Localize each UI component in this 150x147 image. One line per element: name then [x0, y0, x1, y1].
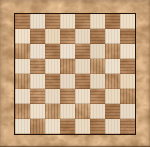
square-b8: [30, 14, 45, 29]
square-d3: [60, 89, 75, 104]
square-f3: [90, 89, 105, 104]
square-f6: [90, 44, 105, 59]
square-b2: [30, 104, 45, 119]
square-e2: [75, 104, 90, 119]
square-d8: [60, 14, 75, 29]
square-g6: [105, 44, 120, 59]
square-g8: [105, 14, 120, 29]
square-c1: [45, 119, 60, 134]
square-c8: [45, 14, 60, 29]
square-f7: [90, 29, 105, 44]
square-f2: [90, 104, 105, 119]
square-b6: [30, 44, 45, 59]
square-f1: [90, 119, 105, 134]
square-e4: [75, 74, 90, 89]
square-a7: [15, 29, 30, 44]
square-a5: [15, 59, 30, 74]
square-d7: [60, 29, 75, 44]
square-c5: [45, 59, 60, 74]
square-a8: [15, 14, 30, 29]
square-a2: [15, 104, 30, 119]
square-e1: [75, 119, 90, 134]
square-d5: [60, 59, 75, 74]
square-e3: [75, 89, 90, 104]
square-h1: [120, 119, 135, 134]
square-b5: [30, 59, 45, 74]
square-b4: [30, 74, 45, 89]
square-g4: [105, 74, 120, 89]
square-h3: [120, 89, 135, 104]
square-c3: [45, 89, 60, 104]
square-e5: [75, 59, 90, 74]
square-d1: [60, 119, 75, 134]
chessboard: [0, 0, 150, 147]
square-a3: [15, 89, 30, 104]
square-g7: [105, 29, 120, 44]
square-b1: [30, 119, 45, 134]
square-a6: [15, 44, 30, 59]
square-d4: [60, 74, 75, 89]
square-d2: [60, 104, 75, 119]
square-g5: [105, 59, 120, 74]
square-e8: [75, 14, 90, 29]
square-f4: [90, 74, 105, 89]
square-h7: [120, 29, 135, 44]
square-b3: [30, 89, 45, 104]
square-c2: [45, 104, 60, 119]
square-c4: [45, 74, 60, 89]
square-f8: [90, 14, 105, 29]
square-c7: [45, 29, 60, 44]
square-g1: [105, 119, 120, 134]
square-f5: [90, 59, 105, 74]
square-h2: [120, 104, 135, 119]
square-c6: [45, 44, 60, 59]
square-h5: [120, 59, 135, 74]
square-b7: [30, 29, 45, 44]
square-a4: [15, 74, 30, 89]
square-d6: [60, 44, 75, 59]
board-playfield: [14, 13, 136, 135]
square-g2: [105, 104, 120, 119]
square-h8: [120, 14, 135, 29]
square-e6: [75, 44, 90, 59]
square-a1: [15, 119, 30, 134]
square-h4: [120, 74, 135, 89]
square-h6: [120, 44, 135, 59]
square-e7: [75, 29, 90, 44]
square-g3: [105, 89, 120, 104]
